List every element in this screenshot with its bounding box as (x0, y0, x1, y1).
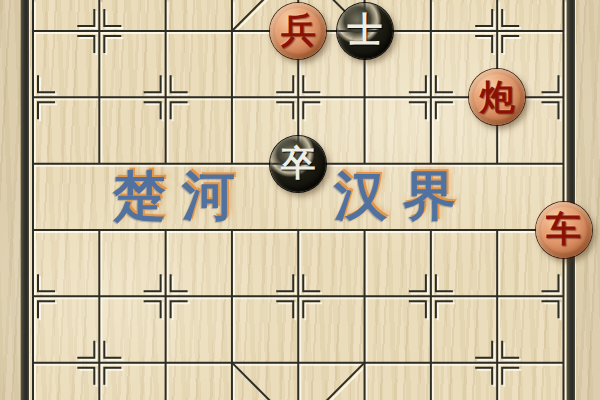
xiangqi-board: 楚河 汉界 兵士炮卒车 (0, 0, 600, 400)
red-chariot-glyph: 车 (546, 212, 581, 247)
black-advisor-glyph: 士 (347, 13, 382, 48)
piece-black-advisor[interactable]: 士 (337, 3, 393, 59)
red-soldier-glyph: 兵 (281, 13, 316, 48)
red-cannon-glyph: 炮 (480, 80, 515, 115)
river-label-han-jie: 汉界 (334, 166, 472, 224)
piece-black-soldier[interactable]: 卒 (270, 136, 326, 192)
piece-red-chariot[interactable]: 车 (536, 202, 592, 258)
river-label-chu-he: 楚河 (113, 166, 251, 224)
black-soldier-glyph: 卒 (281, 146, 316, 181)
pieces-layer: 兵士炮卒车 (0, 0, 600, 396)
piece-red-cannon[interactable]: 炮 (469, 69, 525, 125)
piece-red-soldier[interactable]: 兵 (270, 3, 326, 59)
